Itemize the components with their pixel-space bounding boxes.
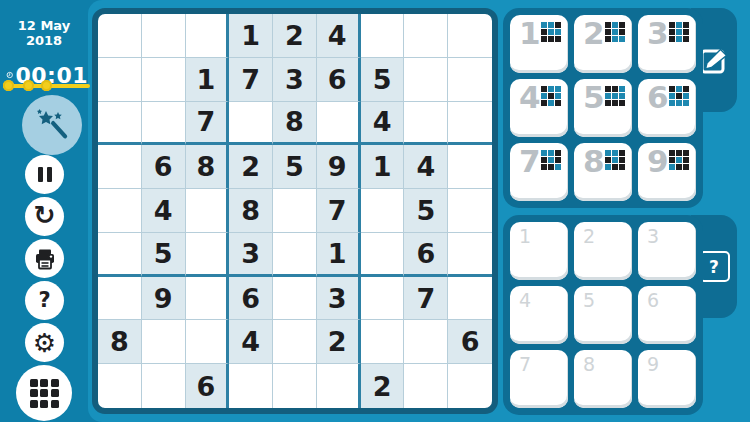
cell-r6c6[interactable]: 1 [317, 233, 361, 277]
number-key-label: 5 [583, 80, 605, 116]
progress-slider[interactable] [0, 80, 88, 92]
cell-r9c4[interactable] [229, 364, 273, 408]
cell-r3c2[interactable] [142, 102, 186, 146]
box-placement-minigrid-icon [669, 150, 689, 170]
number-key-label: 4 [519, 80, 541, 116]
cell-r7c1[interactable] [98, 277, 142, 321]
cell-r9c7[interactable]: 2 [361, 364, 405, 408]
question-square-icon: ? [699, 251, 730, 282]
pencil-pad-panel: 123456789 [503, 215, 703, 415]
cell-r3c6[interactable] [317, 102, 361, 146]
cell-r4c3[interactable]: 8 [186, 145, 230, 189]
gear-icon: ⚙ [33, 330, 56, 356]
cell-r7c2[interactable]: 9 [142, 277, 186, 321]
pencil-key-7[interactable]: 7 [510, 350, 568, 408]
progress-dot [41, 80, 52, 91]
sudoku-board: 124173657846825914487553169637842662 [98, 14, 492, 408]
number-key-label: 1 [519, 16, 541, 52]
cell-r9c3[interactable]: 6 [186, 364, 230, 408]
pencil-key-label: 1 [519, 225, 531, 248]
cell-r6c9[interactable] [448, 233, 492, 277]
cell-r2c4[interactable]: 7 [229, 58, 273, 102]
number-key-label: 7 [519, 144, 541, 180]
cell-r8c2[interactable] [142, 320, 186, 364]
cell-r5c8[interactable]: 5 [404, 189, 448, 233]
cell-r4c1[interactable] [98, 145, 142, 189]
cell-r8c7[interactable] [361, 320, 405, 364]
pencil-key-2[interactable]: 2 [574, 222, 632, 280]
number-key-5[interactable]: 5 [574, 79, 632, 137]
pencil-key-label: 7 [519, 353, 531, 376]
help-icon: ? [38, 290, 50, 311]
cell-r6c1[interactable] [98, 233, 142, 277]
pencil-key-label: 8 [583, 353, 595, 376]
cell-r2c2[interactable] [142, 58, 186, 102]
cell-r8c4[interactable]: 4 [229, 320, 273, 364]
pencil-key-label: 5 [583, 289, 595, 312]
number-key-6[interactable]: 6 [638, 79, 696, 137]
cell-r4c7[interactable]: 1 [361, 145, 405, 189]
number-key-7[interactable]: 7 [510, 143, 568, 201]
cell-r3c4[interactable] [229, 102, 273, 146]
pause-icon [38, 167, 52, 182]
cell-r3c9[interactable] [448, 102, 492, 146]
number-key-label: 9 [647, 144, 669, 180]
number-key-2[interactable]: 2 [574, 15, 632, 73]
cell-r1c1[interactable] [98, 14, 142, 58]
pencil-key-1[interactable]: 1 [510, 222, 568, 280]
cell-r3c3[interactable]: 7 [186, 102, 230, 146]
cell-r6c2[interactable]: 5 [142, 233, 186, 277]
cell-r4c5[interactable]: 5 [273, 145, 317, 189]
cell-r1c5[interactable]: 2 [273, 14, 317, 58]
pencil-key-label: 2 [583, 225, 595, 248]
cell-r1c9[interactable] [448, 14, 492, 58]
cell-r3c7[interactable]: 4 [361, 102, 405, 146]
progress-dot [3, 80, 14, 91]
number-key-3[interactable]: 3 [638, 15, 696, 73]
cell-r5c7[interactable] [361, 189, 405, 233]
cell-r1c4[interactable]: 1 [229, 14, 273, 58]
pencil-key-3[interactable]: 3 [638, 222, 696, 280]
menu-button[interactable] [16, 365, 72, 421]
sidebar: 12 May 2018 00:01 ↻ [0, 0, 88, 422]
cell-r5c4[interactable]: 8 [229, 189, 273, 233]
number-key-8[interactable]: 8 [574, 143, 632, 201]
progress-dot [23, 80, 34, 91]
box-placement-minigrid-icon [669, 22, 689, 42]
cell-r8c5[interactable] [273, 320, 317, 364]
cell-r2c5[interactable]: 3 [273, 58, 317, 102]
cell-r5c6[interactable]: 7 [317, 189, 361, 233]
pencil-key-4[interactable]: 4 [510, 286, 568, 344]
cell-r1c2[interactable] [142, 14, 186, 58]
number-key-1[interactable]: 1 [510, 15, 568, 73]
pencil-key-label: 3 [647, 225, 659, 248]
number-key-label: 8 [583, 144, 605, 180]
pencil-key-6[interactable]: 6 [638, 286, 696, 344]
cell-r2c3[interactable]: 1 [186, 58, 230, 102]
cell-r8c9[interactable]: 6 [448, 320, 492, 364]
cell-r1c8[interactable] [404, 14, 448, 58]
box-placement-minigrid-icon [605, 22, 625, 42]
cell-r4c6[interactable]: 9 [317, 145, 361, 189]
number-key-label: 6 [647, 80, 669, 116]
menu-grid-icon [30, 379, 59, 408]
cell-r7c3[interactable] [186, 277, 230, 321]
cell-r6c3[interactable] [186, 233, 230, 277]
cell-r8c8[interactable] [404, 320, 448, 364]
pencil-key-5[interactable]: 5 [574, 286, 632, 344]
settings-button[interactable]: ⚙ [25, 323, 64, 362]
box-placement-minigrid-icon [541, 22, 561, 42]
cell-r7c5[interactable] [273, 277, 317, 321]
number-key-9[interactable]: 9 [638, 143, 696, 201]
cell-r5c3[interactable] [186, 189, 230, 233]
box-placement-minigrid-icon [669, 86, 689, 106]
cell-r9c1[interactable] [98, 364, 142, 408]
hint-wand-button[interactable] [22, 95, 82, 155]
cell-r7c7[interactable] [361, 277, 405, 321]
cell-r3c8[interactable] [404, 102, 448, 146]
box-placement-minigrid-icon [541, 86, 561, 106]
cell-r2c6[interactable]: 6 [317, 58, 361, 102]
cell-r2c1[interactable] [98, 58, 142, 102]
print-icon [33, 247, 57, 271]
cell-r9c9[interactable] [448, 364, 492, 408]
cell-r1c6[interactable]: 4 [317, 14, 361, 58]
number-pad-panel: 123456789 [503, 8, 703, 208]
box-placement-minigrid-icon [541, 150, 561, 170]
restart-icon: ↻ [34, 202, 56, 228]
cell-r8c1[interactable]: 8 [98, 320, 142, 364]
cell-r1c7[interactable] [361, 14, 405, 58]
cell-r6c7[interactable] [361, 233, 405, 277]
cell-r2c8[interactable] [404, 58, 448, 102]
cell-r4c4[interactable]: 2 [229, 145, 273, 189]
pencil-key-label: 9 [647, 353, 659, 376]
cell-r8c3[interactable] [186, 320, 230, 364]
sudoku-app: { "game": { "type": "sudoku", "position"… [0, 0, 750, 422]
cell-r2c9[interactable] [448, 58, 492, 102]
sudoku-board-frame: 124173657846825914487553169637842662 [92, 8, 498, 414]
cell-r5c2[interactable]: 4 [142, 189, 186, 233]
print-button[interactable] [25, 239, 64, 278]
cell-r7c9[interactable] [448, 277, 492, 321]
cell-r9c5[interactable] [273, 364, 317, 408]
cell-r7c6[interactable]: 3 [317, 277, 361, 321]
cell-r9c2[interactable] [142, 364, 186, 408]
cell-r8c6[interactable]: 2 [317, 320, 361, 364]
date-label: 12 May 2018 [0, 18, 88, 48]
cell-r4c9[interactable] [448, 145, 492, 189]
cell-r7c4[interactable]: 6 [229, 277, 273, 321]
number-key-4[interactable]: 4 [510, 79, 568, 137]
number-pad: 123456789 [510, 15, 696, 201]
magic-wand-icon [33, 106, 71, 144]
cell-r3c1[interactable] [98, 102, 142, 146]
cell-r6c8[interactable]: 6 [404, 233, 448, 277]
cell-r4c8[interactable]: 4 [404, 145, 448, 189]
cell-r3c5[interactable]: 8 [273, 102, 317, 146]
pencil-key-label: 6 [647, 289, 659, 312]
cell-r9c8[interactable] [404, 364, 448, 408]
cell-r7c8[interactable]: 7 [404, 277, 448, 321]
cell-r6c5[interactable] [273, 233, 317, 277]
pencil-pad: 123456789 [510, 222, 696, 408]
restart-button[interactable]: ↻ [25, 197, 64, 236]
pencil-key-8[interactable]: 8 [574, 350, 632, 408]
cell-r9c6[interactable] [317, 364, 361, 408]
cell-r5c1[interactable] [98, 189, 142, 233]
cell-r2c7[interactable]: 5 [361, 58, 405, 102]
pencil-key-9[interactable]: 9 [638, 350, 696, 408]
pencil-key-label: 4 [519, 289, 531, 312]
box-placement-minigrid-icon [605, 150, 625, 170]
box-placement-minigrid-icon [605, 86, 625, 106]
help-button[interactable]: ? [25, 281, 64, 320]
number-key-label: 2 [583, 16, 605, 52]
pause-button[interactable] [25, 155, 64, 194]
cell-r5c9[interactable] [448, 189, 492, 233]
cell-r6c4[interactable]: 3 [229, 233, 273, 277]
cell-r5c5[interactable] [273, 189, 317, 233]
cell-r1c3[interactable] [186, 14, 230, 58]
number-key-label: 3 [647, 16, 669, 52]
cell-r4c2[interactable]: 6 [142, 145, 186, 189]
